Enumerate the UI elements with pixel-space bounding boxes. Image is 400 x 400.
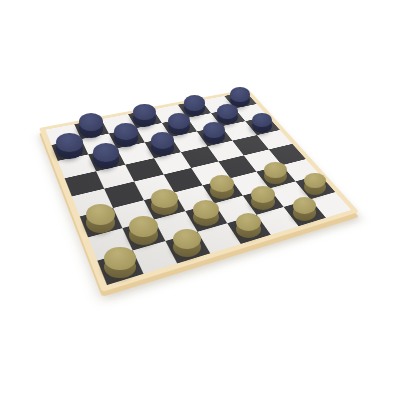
gold-checker-piece[interactable] bbox=[304, 173, 326, 195]
gold-checker-piece[interactable] bbox=[293, 197, 316, 220]
navy-checker-piece[interactable] bbox=[56, 133, 82, 159]
piece-top-face bbox=[151, 189, 178, 208]
navy-checker-piece[interactable] bbox=[203, 122, 225, 144]
piece-top-face bbox=[230, 87, 250, 101]
gold-checker-piece[interactable] bbox=[86, 204, 115, 233]
gold-checker-piece[interactable] bbox=[129, 216, 158, 245]
piece-top-face bbox=[236, 213, 262, 231]
gold-checker-piece[interactable] bbox=[264, 162, 286, 184]
piece-top-face bbox=[168, 113, 190, 129]
navy-checker-piece[interactable] bbox=[79, 113, 103, 137]
gold-checker-piece[interactable] bbox=[236, 213, 262, 239]
piece-top-face bbox=[203, 122, 225, 138]
navy-checker-piece[interactable] bbox=[93, 143, 119, 169]
gold-checker-piece[interactable] bbox=[104, 247, 135, 278]
piece-top-face bbox=[184, 95, 205, 110]
pieces-layer bbox=[0, 0, 400, 400]
piece-top-face bbox=[217, 104, 238, 119]
piece-top-face bbox=[193, 200, 219, 219]
piece-top-face bbox=[93, 143, 119, 162]
piece-top-face bbox=[264, 162, 286, 178]
gold-checker-piece[interactable] bbox=[210, 175, 234, 199]
piece-top-face bbox=[56, 133, 82, 152]
piece-top-face bbox=[86, 204, 115, 225]
navy-checker-piece[interactable] bbox=[252, 113, 272, 133]
gold-checker-piece[interactable] bbox=[193, 200, 219, 226]
piece-top-face bbox=[129, 216, 158, 237]
piece-top-face bbox=[104, 247, 135, 269]
navy-checker-piece[interactable] bbox=[151, 132, 175, 156]
checkers-product-photo bbox=[0, 0, 400, 400]
gold-checker-piece[interactable] bbox=[151, 189, 178, 216]
gold-checker-piece[interactable] bbox=[173, 229, 201, 257]
piece-top-face bbox=[251, 186, 275, 203]
gold-checker-piece[interactable] bbox=[251, 186, 275, 210]
piece-top-face bbox=[79, 113, 103, 131]
